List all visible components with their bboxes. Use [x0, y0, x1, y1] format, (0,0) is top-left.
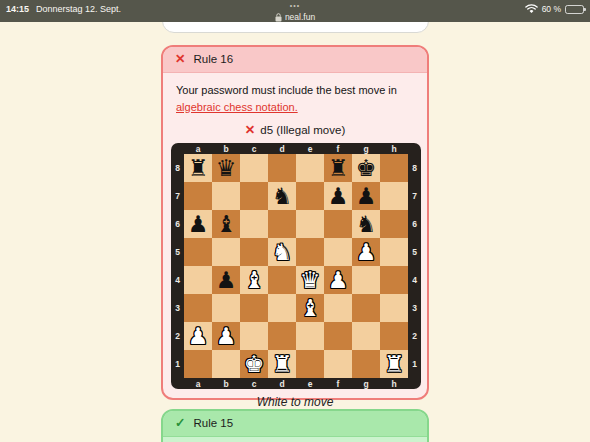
square-a1	[184, 350, 212, 378]
file-label-d: d	[268, 378, 296, 389]
white-pawn: ♟	[216, 322, 237, 350]
square-h5	[380, 238, 408, 266]
status-bar: 14:15 Donnerstag 12. Sept. ••• neal.fun …	[0, 0, 590, 22]
square-e4: ♛	[296, 266, 324, 294]
square-h1: ♜	[380, 350, 408, 378]
square-g5: ♟	[352, 238, 380, 266]
square-c5	[240, 238, 268, 266]
square-d1: ♜	[268, 350, 296, 378]
square-c7	[240, 182, 268, 210]
white-pawn: ♟	[356, 238, 377, 266]
file-label-e: e	[296, 378, 324, 389]
square-e5	[296, 238, 324, 266]
square-g1	[352, 350, 380, 378]
black-king: ♚	[356, 154, 377, 182]
square-e7	[296, 182, 324, 210]
battery-percent: 60 %	[542, 4, 561, 14]
square-e6	[296, 210, 324, 238]
file-label-a: a	[184, 143, 212, 154]
white-queen: ♛	[300, 266, 321, 294]
rank-label-4: 4	[408, 266, 421, 294]
file-label-h: h	[380, 143, 408, 154]
square-e2	[296, 322, 324, 350]
board-corner	[171, 378, 184, 389]
rank-label-1: 1	[171, 350, 184, 378]
battery-icon	[565, 5, 584, 14]
illegal-x-icon: ✕	[245, 124, 255, 137]
square-h8	[380, 154, 408, 182]
square-a8: ♜	[184, 154, 212, 182]
rank-label-8: 8	[171, 154, 184, 182]
square-d7: ♞	[268, 182, 296, 210]
black-queen: ♛	[216, 154, 237, 182]
site-name: neal.fun	[285, 13, 315, 22]
black-pawn: ♟	[356, 182, 377, 210]
square-a4	[184, 266, 212, 294]
rank-label-8: 8	[408, 154, 421, 182]
square-c8	[240, 154, 268, 182]
square-d4	[268, 266, 296, 294]
rule-15-title: Rule 15	[193, 417, 233, 429]
square-d6	[268, 210, 296, 238]
url-bar[interactable]: neal.fun	[275, 13, 315, 22]
rank-label-5: 5	[408, 238, 421, 266]
black-rook: ♜	[188, 154, 209, 182]
white-pawn: ♟	[328, 266, 349, 294]
black-bishop: ♝	[216, 210, 237, 238]
square-c6	[240, 210, 268, 238]
square-a5	[184, 238, 212, 266]
white-bishop: ♝	[300, 294, 321, 322]
white-bishop: ♝	[244, 266, 265, 294]
menu-dots-icon[interactable]: •••	[0, 2, 590, 9]
square-g3	[352, 294, 380, 322]
square-d5: ♞	[268, 238, 296, 266]
square-b2: ♟	[212, 322, 240, 350]
black-pawn: ♟	[188, 210, 209, 238]
black-rook: ♜	[328, 154, 349, 182]
status-center: ••• neal.fun	[0, 2, 590, 25]
square-f1	[324, 350, 352, 378]
square-c2	[240, 322, 268, 350]
rank-label-5: 5	[171, 238, 184, 266]
square-b7	[212, 182, 240, 210]
rule-16-text: Your password must include the best move…	[176, 82, 414, 117]
square-d3	[268, 294, 296, 322]
file-label-e: e	[296, 143, 324, 154]
square-h4	[380, 266, 408, 294]
square-a7	[184, 182, 212, 210]
square-h6	[380, 210, 408, 238]
board-corner	[408, 143, 421, 154]
square-c4: ♝	[240, 266, 268, 294]
square-d2	[268, 322, 296, 350]
square-f6	[324, 210, 352, 238]
square-g4	[352, 266, 380, 294]
side-to-move-label: White to move	[176, 395, 414, 409]
file-label-f: f	[324, 143, 352, 154]
lock-icon	[275, 13, 282, 22]
file-label-b: b	[212, 378, 240, 389]
square-b4: ♟	[212, 266, 240, 294]
black-knight: ♞	[356, 210, 377, 238]
status-right: 60 %	[525, 4, 584, 14]
square-f4: ♟	[324, 266, 352, 294]
rule-15-header: ✓ Rule 15	[163, 411, 427, 437]
rank-label-6: 6	[171, 210, 184, 238]
rule-16-body: Your password must include the best move…	[163, 73, 427, 410]
file-label-h: h	[380, 378, 408, 389]
pass-check-icon: ✓	[175, 417, 185, 430]
rank-label-4: 4	[171, 266, 184, 294]
rule-16-title: Rule 16	[193, 53, 233, 65]
file-label-d: d	[268, 143, 296, 154]
board-corner	[408, 378, 421, 389]
square-g8: ♚	[352, 154, 380, 182]
square-f3	[324, 294, 352, 322]
fail-x-icon: ✕	[175, 53, 185, 66]
white-pawn: ♟	[188, 322, 209, 350]
square-a6: ♟	[184, 210, 212, 238]
square-c3	[240, 294, 268, 322]
illegal-move-message: ✕ d5 (Illegal move)	[176, 124, 414, 137]
file-label-g: g	[352, 378, 380, 389]
wifi-icon	[525, 4, 538, 14]
square-d8	[268, 154, 296, 182]
file-label-f: f	[324, 378, 352, 389]
square-e3: ♝	[296, 294, 324, 322]
board-corner	[171, 143, 184, 154]
rank-label-3: 3	[171, 294, 184, 322]
square-h3	[380, 294, 408, 322]
square-b3	[212, 294, 240, 322]
rank-label-6: 6	[408, 210, 421, 238]
square-e8	[296, 154, 324, 182]
square-h7	[380, 182, 408, 210]
square-f7: ♟	[324, 182, 352, 210]
rank-label-2: 2	[408, 322, 421, 350]
black-knight: ♞	[272, 182, 293, 210]
file-label-g: g	[352, 143, 380, 154]
file-label-c: c	[240, 378, 268, 389]
square-f5	[324, 238, 352, 266]
white-king: ♚	[244, 350, 265, 378]
rank-label-7: 7	[171, 182, 184, 210]
rule-16-header: ✕ Rule 16	[163, 47, 427, 73]
square-b6: ♝	[212, 210, 240, 238]
square-g2	[352, 322, 380, 350]
rule-16-text-prefix: Your password must include the best move…	[176, 84, 397, 96]
rank-label-3: 3	[408, 294, 421, 322]
square-e1	[296, 350, 324, 378]
rank-label-7: 7	[408, 182, 421, 210]
square-a2: ♟	[184, 322, 212, 350]
white-knight: ♞	[272, 238, 293, 266]
square-b5	[212, 238, 240, 266]
password-game-page: { "status_bar": { "time": "14:15", "date…	[0, 0, 590, 442]
rule-15-card: ✓ Rule 15	[161, 409, 429, 442]
file-label-c: c	[240, 143, 268, 154]
white-rook: ♜	[272, 350, 293, 378]
square-g6: ♞	[352, 210, 380, 238]
black-pawn: ♟	[328, 182, 349, 210]
square-c1: ♚	[240, 350, 268, 378]
white-rook: ♜	[384, 350, 405, 378]
square-h2	[380, 322, 408, 350]
illegal-move-text: d5 (Illegal move)	[260, 124, 345, 136]
file-label-a: a	[184, 378, 212, 389]
rank-label-2: 2	[171, 322, 184, 350]
rank-label-1: 1	[408, 350, 421, 378]
square-f8: ♜	[324, 154, 352, 182]
square-b1	[212, 350, 240, 378]
algebraic-notation-link[interactable]: algebraic chess notation.	[176, 101, 298, 113]
black-pawn: ♟	[216, 266, 237, 294]
file-label-b: b	[212, 143, 240, 154]
square-f2	[324, 322, 352, 350]
rule-16-card: ✕ Rule 16 Your password must include the…	[161, 45, 429, 400]
square-b8: ♛	[212, 154, 240, 182]
square-a3	[184, 294, 212, 322]
square-g7: ♟	[352, 182, 380, 210]
chess-board: abcdefgh8♜♛♜♚87♞♟♟76♟♝♞65♞♟54♟♝♛♟43♝32♟♟…	[171, 143, 421, 389]
